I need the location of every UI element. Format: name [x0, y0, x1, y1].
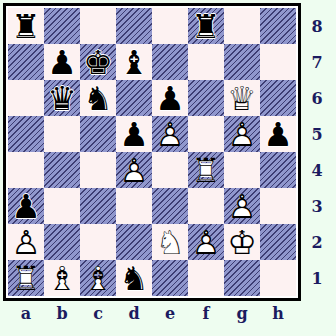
square-b6[interactable]: ♛ — [44, 80, 80, 116]
square-b3[interactable] — [44, 188, 80, 224]
piece-white-rook[interactable]: ♖ — [8, 260, 44, 296]
file-label-f: f — [188, 300, 224, 332]
square-c1[interactable]: ♝♗ — [80, 260, 116, 296]
square-e4[interactable] — [152, 152, 188, 188]
square-g7[interactable] — [224, 44, 260, 80]
square-c3[interactable] — [80, 188, 116, 224]
square-b7[interactable]: ♟ — [44, 44, 80, 80]
square-a5[interactable] — [8, 116, 44, 152]
chess-board[interactable]: ♜♜♟♚♝♛♞♟♛♕♟♟♙♟♙♟♟♙♜♖♟♟♙♟♙♞♘♟♙♚♔♜♖♝♗♝♗♞ — [8, 8, 296, 296]
piece-black-pawn[interactable]: ♟ — [152, 80, 188, 116]
square-d1[interactable]: ♞ — [116, 260, 152, 296]
square-d6[interactable] — [116, 80, 152, 116]
square-d3[interactable] — [116, 188, 152, 224]
square-g5[interactable]: ♟♙ — [224, 116, 260, 152]
piece-white-pawn[interactable]: ♙ — [116, 152, 152, 188]
file-label-e: e — [152, 300, 188, 332]
square-h3[interactable] — [260, 188, 296, 224]
square-h8[interactable] — [260, 8, 296, 44]
piece-white-pawn[interactable]: ♙ — [224, 116, 260, 152]
square-f7[interactable] — [188, 44, 224, 80]
file-labels: abcdefgh — [8, 300, 296, 332]
square-f4[interactable]: ♜♖ — [188, 152, 224, 188]
square-e2[interactable]: ♞♘ — [152, 224, 188, 260]
chess-diagram: ♜♜♟♚♝♛♞♟♛♕♟♟♙♟♙♟♟♙♜♖♟♟♙♟♙♞♘♟♙♚♔♜♖♝♗♝♗♞ a… — [0, 0, 336, 336]
square-e8[interactable] — [152, 8, 188, 44]
square-g2[interactable]: ♚♔ — [224, 224, 260, 260]
square-c5[interactable] — [80, 116, 116, 152]
square-b8[interactable] — [44, 8, 80, 44]
rank-label-5: 5 — [300, 116, 334, 152]
file-label-g: g — [224, 300, 260, 332]
piece-white-pawn[interactable]: ♙ — [224, 188, 260, 224]
square-f3[interactable] — [188, 188, 224, 224]
square-h6[interactable] — [260, 80, 296, 116]
square-f8[interactable]: ♜ — [188, 8, 224, 44]
piece-black-bishop[interactable]: ♝ — [116, 44, 152, 80]
square-a3[interactable]: ♟ — [8, 188, 44, 224]
rank-label-4: 4 — [300, 152, 334, 188]
piece-white-bishop[interactable]: ♗ — [44, 260, 80, 296]
square-f6[interactable] — [188, 80, 224, 116]
square-h7[interactable] — [260, 44, 296, 80]
square-h2[interactable] — [260, 224, 296, 260]
square-a1[interactable]: ♜♖ — [8, 260, 44, 296]
square-d2[interactable] — [116, 224, 152, 260]
rank-label-3: 3 — [300, 188, 334, 224]
square-b2[interactable] — [44, 224, 80, 260]
square-e5[interactable]: ♟♙ — [152, 116, 188, 152]
square-c6[interactable]: ♞ — [80, 80, 116, 116]
square-e6[interactable]: ♟ — [152, 80, 188, 116]
square-d5[interactable]: ♟ — [116, 116, 152, 152]
piece-black-rook[interactable]: ♜ — [188, 8, 224, 44]
square-g6[interactable]: ♛♕ — [224, 80, 260, 116]
square-g8[interactable] — [224, 8, 260, 44]
square-d4[interactable]: ♟♙ — [116, 152, 152, 188]
board-frame: ♜♜♟♚♝♛♞♟♛♕♟♟♙♟♙♟♟♙♜♖♟♟♙♟♙♞♘♟♙♚♔♜♖♝♗♝♗♞ — [3, 3, 301, 301]
file-label-h: h — [260, 300, 296, 332]
rank-label-2: 2 — [300, 224, 334, 260]
file-label-d: d — [116, 300, 152, 332]
rank-label-8: 8 — [300, 8, 334, 44]
piece-white-pawn[interactable]: ♙ — [188, 224, 224, 260]
file-label-c: c — [80, 300, 116, 332]
piece-black-pawn[interactable]: ♟ — [116, 116, 152, 152]
square-d7[interactable]: ♝ — [116, 44, 152, 80]
square-a2[interactable]: ♟♙ — [8, 224, 44, 260]
square-h1[interactable] — [260, 260, 296, 296]
square-a6[interactable] — [8, 80, 44, 116]
piece-white-pawn[interactable]: ♙ — [8, 224, 44, 260]
square-f1[interactable] — [188, 260, 224, 296]
square-b5[interactable] — [44, 116, 80, 152]
piece-black-pawn[interactable]: ♟ — [260, 116, 296, 152]
square-g3[interactable]: ♟♙ — [224, 188, 260, 224]
piece-black-knight[interactable]: ♞ — [80, 80, 116, 116]
square-g4[interactable] — [224, 152, 260, 188]
square-c7[interactable]: ♚ — [80, 44, 116, 80]
square-c8[interactable] — [80, 8, 116, 44]
square-d8[interactable] — [116, 8, 152, 44]
square-g1[interactable] — [224, 260, 260, 296]
square-a7[interactable] — [8, 44, 44, 80]
square-b1[interactable]: ♝♗ — [44, 260, 80, 296]
rank-label-1: 1 — [300, 260, 334, 296]
piece-black-queen[interactable]: ♛ — [44, 80, 80, 116]
square-c4[interactable] — [80, 152, 116, 188]
piece-white-bishop[interactable]: ♗ — [80, 260, 116, 296]
square-f5[interactable] — [188, 116, 224, 152]
file-label-a: a — [8, 300, 44, 332]
square-h5[interactable]: ♟ — [260, 116, 296, 152]
piece-white-queen[interactable]: ♕ — [224, 80, 260, 116]
piece-black-king[interactable]: ♚ — [80, 44, 116, 80]
square-b4[interactable] — [44, 152, 80, 188]
piece-black-knight[interactable]: ♞ — [116, 260, 152, 296]
square-f2[interactable]: ♟♙ — [188, 224, 224, 260]
rank-label-6: 6 — [300, 80, 334, 116]
square-e1[interactable] — [152, 260, 188, 296]
piece-white-knight[interactable]: ♘ — [152, 224, 188, 260]
square-a8[interactable]: ♜ — [8, 8, 44, 44]
file-label-b: b — [44, 300, 80, 332]
piece-white-rook[interactable]: ♖ — [188, 152, 224, 188]
piece-black-rook[interactable]: ♜ — [8, 8, 44, 44]
square-e3[interactable] — [152, 188, 188, 224]
square-c2[interactable] — [80, 224, 116, 260]
square-e7[interactable] — [152, 44, 188, 80]
square-h4[interactable] — [260, 152, 296, 188]
square-a4[interactable] — [8, 152, 44, 188]
piece-white-pawn[interactable]: ♙ — [152, 116, 188, 152]
piece-black-pawn[interactable]: ♟ — [44, 44, 80, 80]
piece-white-king[interactable]: ♔ — [224, 224, 260, 260]
rank-labels: 87654321 — [300, 8, 334, 296]
rank-label-7: 7 — [300, 44, 334, 80]
piece-black-pawn[interactable]: ♟ — [8, 188, 44, 224]
